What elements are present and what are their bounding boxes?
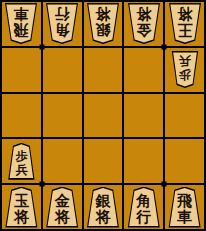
kanji-glyph: 将 [136, 6, 151, 22]
kanji-glyph: 玉 [14, 193, 29, 209]
kanji-glyph: 歩 [179, 68, 191, 82]
koma-sente-silver[interactable]: 銀将 [86, 187, 120, 228]
kanji-glyph: 角 [55, 22, 70, 38]
koma-face: 銀将 [87, 5, 118, 43]
koma-face: 金将 [47, 188, 78, 226]
square-r2c2[interactable] [43, 48, 82, 92]
koma-gote-king[interactable]: 王将 [168, 3, 202, 44]
kanji-glyph: 兵 [15, 163, 27, 177]
kanji-glyph: 兵 [179, 54, 191, 68]
koma-face: 玉将 [6, 188, 37, 226]
kanji-glyph: 行 [55, 6, 70, 22]
square-r5c4[interactable]: 角行 [124, 185, 163, 229]
koma-gote-silver[interactable]: 銀将 [86, 3, 120, 44]
kanji-glyph: 王 [177, 22, 192, 38]
square-r3c3[interactable] [84, 94, 123, 138]
kanji-glyph: 飛 [14, 22, 29, 38]
square-r2c1[interactable] [2, 48, 41, 92]
kanji-glyph: 銀 [95, 193, 110, 209]
square-r5c2[interactable]: 金将 [43, 185, 82, 229]
kanji-glyph: 将 [95, 209, 110, 225]
square-r1c3[interactable]: 銀将 [84, 2, 123, 46]
koma-sente-pawn[interactable]: 歩兵 [7, 143, 35, 180]
square-r5c5[interactable]: 飛車 [165, 185, 204, 229]
square-r3c4[interactable] [124, 94, 163, 138]
kanji-glyph: 将 [14, 209, 29, 225]
square-r4c5[interactable] [165, 139, 204, 183]
kanji-glyph: 飛 [177, 193, 192, 209]
kanji-glyph: 金 [55, 193, 70, 209]
square-r1c1[interactable]: 飛車 [2, 2, 41, 46]
square-r3c1[interactable] [2, 94, 41, 138]
koma-gote-pawn[interactable]: 歩兵 [171, 51, 199, 88]
kanji-glyph: 将 [55, 209, 70, 225]
kanji-glyph: 車 [14, 6, 29, 22]
koma-sente-rook[interactable]: 飛車 [168, 187, 202, 228]
square-r2c4[interactable] [124, 48, 163, 92]
square-r3c5[interactable] [165, 94, 204, 138]
square-r3c2[interactable] [43, 94, 82, 138]
koma-sente-king[interactable]: 玉将 [4, 187, 38, 228]
square-r1c2[interactable]: 角行 [43, 2, 82, 46]
square-r1c4[interactable]: 金将 [124, 2, 163, 46]
square-r5c1[interactable]: 玉将 [2, 185, 41, 229]
kanji-glyph: 金 [136, 22, 151, 38]
koma-face: 飛車 [6, 5, 37, 43]
square-r2c3[interactable] [84, 48, 123, 92]
square-r1c5[interactable]: 王将 [165, 2, 204, 46]
kanji-glyph: 車 [177, 209, 192, 225]
koma-gote-bishop[interactable]: 角行 [45, 3, 79, 44]
koma-face: 歩兵 [172, 53, 197, 87]
koma-face: 王将 [169, 5, 200, 43]
koma-face: 角行 [128, 188, 159, 226]
koma-gote-gold[interactable]: 金将 [127, 3, 161, 44]
koma-gote-rook[interactable]: 飛車 [4, 3, 38, 44]
koma-face: 歩兵 [9, 144, 34, 178]
square-r4c2[interactable] [43, 139, 82, 183]
koma-face: 金将 [128, 5, 159, 43]
koma-sente-bishop[interactable]: 角行 [127, 187, 161, 228]
koma-sente-gold[interactable]: 金将 [45, 187, 79, 228]
kanji-glyph: 将 [177, 6, 192, 22]
square-r4c4[interactable] [124, 139, 163, 183]
shogi-board: 飛車角行銀将金将王将歩兵歩兵玉将金将銀将角行飛車 [0, 0, 206, 231]
kanji-glyph: 行 [136, 209, 151, 225]
kanji-glyph: 将 [95, 6, 110, 22]
kanji-glyph: 歩 [15, 149, 27, 163]
square-r4c1[interactable]: 歩兵 [2, 139, 41, 183]
square-r2c5[interactable]: 歩兵 [165, 48, 204, 92]
square-r5c3[interactable]: 銀将 [84, 185, 123, 229]
koma-face: 飛車 [169, 188, 200, 226]
kanji-glyph: 角 [136, 193, 151, 209]
koma-face: 角行 [47, 5, 78, 43]
square-r4c3[interactable] [84, 139, 123, 183]
koma-face: 銀将 [87, 188, 118, 226]
kanji-glyph: 銀 [95, 22, 110, 38]
